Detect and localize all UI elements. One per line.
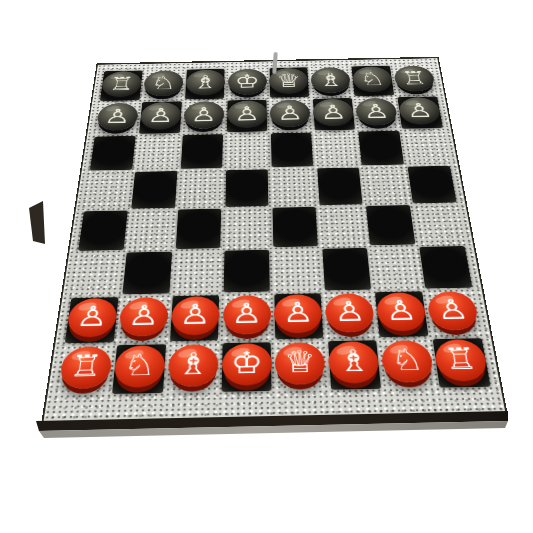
piece-red-rook[interactable]: ♖ — [58, 346, 113, 389]
chess-board: ♖♘♗♔♕♗♘♖♙♙♙♙♙♙♙♙♙♙♙♙♙♙♙♙♖♘♗♔♕♗♘♖ — [41, 57, 508, 425]
square-h2[interactable]: ♙ — [424, 289, 483, 338]
piece-black-rook[interactable]: ♖ — [100, 71, 142, 97]
square-d4[interactable] — [222, 207, 271, 249]
square-d2[interactable]: ♙ — [220, 293, 273, 342]
square-c1[interactable]: ♗ — [165, 342, 221, 395]
photo-canvas: ♖♘♗♔♕♗♘♖♙♙♙♙♙♙♙♙♙♙♙♙♙♙♙♙♖♘♗♔♕♗♘♖ — [0, 0, 533, 533]
square-a8[interactable]: ♖ — [98, 70, 144, 102]
square-f7[interactable]: ♙ — [311, 97, 357, 131]
piece-black-knight[interactable]: ♘ — [143, 70, 184, 96]
piece-black-pawn[interactable]: ♙ — [270, 100, 311, 128]
piece-black-bishop[interactable]: ♗ — [185, 69, 225, 95]
square-h6[interactable] — [401, 129, 452, 166]
square-b2[interactable]: ♙ — [115, 295, 171, 344]
square-d1[interactable]: ♔ — [219, 341, 274, 394]
square-h4[interactable] — [411, 203, 466, 245]
piece-black-pawn[interactable]: ♙ — [312, 99, 354, 127]
square-g1[interactable]: ♘ — [378, 338, 438, 391]
piece-black-pawn[interactable]: ♙ — [96, 103, 140, 131]
red-pawn-icon: ♙ — [333, 298, 366, 326]
square-h3[interactable] — [417, 244, 474, 289]
square-b6[interactable] — [133, 134, 181, 171]
red-pawn-icon: ♙ — [231, 300, 262, 328]
square-c7[interactable]: ♙ — [181, 100, 226, 135]
square-g7[interactable]: ♙ — [353, 96, 400, 130]
red-bishop-icon: ♗ — [176, 349, 209, 379]
square-b7[interactable]: ♙ — [137, 100, 183, 135]
red-queen-icon: ♕ — [284, 347, 317, 377]
black-pawn-icon: ♙ — [191, 105, 217, 125]
square-g4[interactable] — [364, 204, 417, 246]
piece-black-pawn[interactable]: ♙ — [355, 98, 399, 126]
black-pawn-icon: ♙ — [363, 101, 391, 121]
square-c5[interactable] — [176, 169, 224, 208]
piece-black-king[interactable]: ♔ — [227, 69, 266, 95]
piece-red-pawn[interactable]: ♙ — [222, 295, 271, 335]
square-e1[interactable]: ♕ — [273, 340, 329, 393]
square-c2[interactable]: ♙ — [168, 294, 222, 343]
square-a6[interactable] — [88, 135, 137, 172]
red-knight-icon: ♘ — [122, 350, 156, 380]
red-pawn-icon: ♙ — [435, 296, 470, 324]
piece-red-pawn[interactable]: ♙ — [325, 293, 376, 333]
piece-red-pawn[interactable]: ♙ — [375, 292, 428, 332]
black-queen-icon: ♕ — [276, 71, 302, 90]
black-knight-icon: ♘ — [359, 70, 386, 89]
square-a3[interactable] — [70, 251, 125, 297]
square-b4[interactable] — [125, 209, 176, 251]
square-h1[interactable]: ♖ — [431, 337, 493, 390]
square-d5[interactable] — [223, 168, 270, 207]
red-pawn-icon: ♙ — [127, 302, 160, 330]
piece-red-bishop[interactable]: ♗ — [328, 341, 381, 384]
square-g5[interactable] — [360, 166, 411, 205]
black-pawn-icon: ♙ — [147, 105, 174, 125]
black-rook-icon: ♖ — [108, 74, 135, 93]
square-d7[interactable]: ♙ — [225, 99, 269, 134]
square-f2[interactable]: ♙ — [323, 291, 378, 340]
square-e4[interactable] — [270, 206, 320, 248]
black-pawn-icon: ♙ — [104, 106, 132, 126]
square-c8[interactable]: ♗ — [183, 68, 226, 100]
square-e2[interactable]: ♙ — [272, 292, 325, 341]
square-b5[interactable] — [129, 170, 178, 209]
piece-red-king[interactable]: ♔ — [221, 343, 272, 386]
square-a4[interactable] — [76, 210, 129, 252]
piece-black-bishop[interactable]: ♗ — [310, 67, 351, 93]
square-d3[interactable] — [221, 248, 272, 293]
square-g8[interactable]: ♘ — [350, 65, 396, 97]
piece-black-pawn[interactable]: ♙ — [183, 101, 224, 129]
piece-red-pawn[interactable]: ♙ — [426, 291, 480, 331]
black-rook-icon: ♖ — [400, 69, 428, 88]
square-c3[interactable] — [171, 249, 223, 294]
square-g2[interactable]: ♙ — [373, 290, 430, 339]
square-d8[interactable]: ♔ — [226, 67, 269, 99]
black-pawn-icon: ♙ — [405, 101, 434, 121]
square-b3[interactable] — [120, 250, 173, 295]
square-b8[interactable]: ♘ — [141, 69, 186, 101]
black-pawn-icon: ♙ — [320, 102, 347, 122]
square-f4[interactable] — [317, 205, 368, 247]
square-d6[interactable] — [224, 132, 269, 169]
square-a2[interactable]: ♙ — [63, 296, 121, 345]
red-knight-icon: ♘ — [390, 345, 425, 375]
red-pawn-icon: ♙ — [179, 301, 211, 329]
square-f8[interactable]: ♗ — [309, 66, 353, 98]
black-pawn-icon: ♙ — [277, 103, 303, 123]
square-a5[interactable] — [82, 171, 133, 210]
square-f5[interactable] — [315, 167, 364, 206]
piece-red-rook[interactable]: ♖ — [433, 339, 490, 382]
square-e7[interactable]: ♙ — [268, 98, 313, 132]
piece-red-knight[interactable]: ♘ — [112, 345, 165, 388]
square-a1[interactable]: ♖ — [55, 344, 115, 397]
piece-red-pawn[interactable]: ♙ — [118, 297, 169, 337]
square-a7[interactable]: ♙ — [93, 101, 140, 136]
black-knight-icon: ♘ — [150, 74, 176, 93]
piece-red-queen[interactable]: ♕ — [275, 342, 326, 385]
red-rook-icon: ♖ — [442, 344, 479, 374]
piece-red-bishop[interactable]: ♗ — [167, 344, 219, 387]
red-pawn-icon: ♙ — [384, 297, 418, 325]
square-f3[interactable] — [320, 246, 373, 291]
piece-red-pawn[interactable]: ♙ — [274, 294, 323, 334]
black-bishop-icon: ♗ — [192, 73, 218, 92]
piece-black-pawn[interactable]: ♙ — [139, 102, 181, 130]
piece-black-pawn[interactable]: ♙ — [398, 97, 443, 125]
red-rook-icon: ♖ — [68, 351, 104, 381]
red-king-icon: ♔ — [231, 348, 263, 378]
piece-red-knight[interactable]: ♘ — [380, 340, 435, 383]
black-king-icon: ♔ — [235, 72, 260, 91]
piece-black-rook[interactable]: ♖ — [393, 65, 436, 91]
piece-black-pawn[interactable]: ♙ — [227, 100, 268, 128]
piece-red-pawn[interactable]: ♙ — [66, 298, 119, 338]
square-h5[interactable] — [406, 165, 459, 204]
square-e6[interactable] — [269, 132, 315, 169]
square-c6[interactable] — [179, 133, 225, 170]
black-bishop-icon: ♗ — [318, 70, 344, 89]
black-pawn-icon: ♙ — [234, 104, 260, 124]
square-g3[interactable] — [369, 245, 424, 290]
red-pawn-icon: ♙ — [75, 303, 109, 331]
red-bishop-icon: ♗ — [337, 346, 371, 376]
square-h8[interactable]: ♖ — [391, 64, 438, 96]
chess-board-grid: ♖♘♗♔♕♗♘♖♙♙♙♙♙♙♙♙♙♙♙♙♙♙♙♙♖♘♗♔♕♗♘♖ — [55, 64, 493, 397]
square-h7[interactable]: ♙ — [396, 95, 445, 129]
piece-red-pawn[interactable]: ♙ — [170, 296, 220, 336]
square-e5[interactable] — [270, 168, 318, 207]
square-b1[interactable]: ♘ — [110, 343, 168, 396]
piece-black-knight[interactable]: ♘ — [352, 66, 394, 92]
square-g6[interactable] — [357, 130, 406, 167]
red-pawn-icon: ♙ — [283, 299, 315, 327]
square-f1[interactable]: ♗ — [326, 339, 384, 392]
square-f6[interactable] — [313, 131, 361, 168]
square-e3[interactable] — [271, 247, 322, 292]
square-c4[interactable] — [174, 208, 224, 250]
